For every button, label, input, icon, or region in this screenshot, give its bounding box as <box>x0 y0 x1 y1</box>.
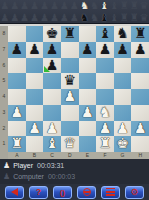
tray-slot-rook: ♜ <box>119 0 129 12</box>
square-c2[interactable]: ♟ <box>43 121 61 137</box>
piece-white-pawn[interactable]: ♟ <box>43 121 61 137</box>
tray-slot-pawn: ♟ <box>20 12 30 24</box>
square-h5[interactable] <box>131 73 149 89</box>
square-c8[interactable]: ♚ <box>43 26 61 42</box>
piece-black-pawn[interactable]: ♟ <box>114 42 132 58</box>
tray-slot-pawn: ♟ <box>50 0 60 12</box>
tray-slot-pawn: ♟ <box>40 12 50 24</box>
square-g8[interactable]: ♞ <box>114 26 132 42</box>
rank-label: 1 <box>0 136 8 152</box>
square-g6[interactable] <box>114 58 132 74</box>
tray-slot-pawn: ♟ <box>0 12 10 24</box>
square-d8[interactable]: ♜ <box>61 26 79 42</box>
square-a2[interactable] <box>8 121 26 137</box>
square-d1[interactable]: ♛ <box>61 136 79 152</box>
square-e1[interactable] <box>79 136 97 152</box>
square-g1[interactable]: ♚ <box>114 136 132 152</box>
piece-black-pawn[interactable]: ♟ <box>131 42 149 58</box>
captured-white-knight: ♞ <box>80 0 90 12</box>
piece-black-pawn[interactable]: ♟ <box>8 42 26 58</box>
square-g5[interactable] <box>114 73 132 89</box>
globe-button[interactable] <box>77 186 96 199</box>
tray-slot-pawn: ♟ <box>0 0 10 12</box>
square-f6[interactable] <box>96 58 114 74</box>
tray-slot-pawn: ♟ <box>10 12 20 24</box>
piece-white-pawn[interactable]: ♟ <box>8 105 26 121</box>
tray-slot-pawn: ♟ <box>10 0 20 12</box>
square-e5[interactable] <box>79 73 97 89</box>
square-h1[interactable] <box>131 136 149 152</box>
menu-button[interactable] <box>101 186 120 199</box>
square-a6[interactable] <box>8 58 26 74</box>
back-arrow-icon <box>11 188 18 196</box>
square-c7[interactable]: ♟ <box>43 42 61 58</box>
square-g3[interactable] <box>114 105 132 121</box>
square-e2[interactable] <box>79 121 97 137</box>
replay-icon: () <box>60 187 65 198</box>
piece-white-pawn[interactable]: ♟ <box>114 121 132 137</box>
square-a3[interactable]: ♟ <box>8 105 26 121</box>
square-h6[interactable] <box>131 58 149 74</box>
square-a7[interactable]: ♟ <box>8 42 26 58</box>
gear-icon: ⚙ <box>130 187 138 198</box>
square-b3[interactable] <box>26 105 44 121</box>
square-h3[interactable] <box>131 105 149 121</box>
tray-slot-knight: ♞ <box>89 0 99 12</box>
captured-pieces-tray: ♟♟♟♟♟♟♟♟♞♞♝♝♜♜♛ ♟♟♟♟♟♟♟♟♞♞♝♝♜♜♛ <box>0 0 149 24</box>
chess-app-screen: ♟♟♟♟♟♟♟♟♞♞♝♝♜♜♛ ♟♟♟♟♟♟♟♟♞♞♝♝♜♜♛ 8♚♜♝♞♜7♟… <box>0 0 149 200</box>
rank-label: 2 <box>0 121 8 137</box>
tray-slot-rook: ♜ <box>129 12 139 24</box>
square-e6[interactable] <box>79 58 97 74</box>
tray-slot-pawn: ♟ <box>30 0 40 12</box>
piece-black-knight[interactable]: ♞ <box>114 26 132 42</box>
rank-label: 6 <box>0 58 8 74</box>
tray-slot-rook: ♜ <box>129 0 139 12</box>
file-label: H <box>131 152 149 159</box>
square-a1[interactable]: ♜ <box>8 136 26 152</box>
square-e3[interactable]: ♟ <box>79 105 97 121</box>
square-f5[interactable] <box>96 73 114 89</box>
piece-white-pawn[interactable]: ♟ <box>96 121 114 137</box>
tray-slot-queen: ♛ <box>139 0 149 12</box>
file-label: A <box>8 152 26 159</box>
player-time: 00:03:31 <box>37 162 64 169</box>
file-label: B <box>26 152 44 159</box>
square-a8[interactable] <box>8 26 26 42</box>
square-a5[interactable] <box>8 73 26 89</box>
file-label: G <box>114 152 132 159</box>
square-g4[interactable] <box>114 89 132 105</box>
tray-slot-pawn: ♟ <box>60 12 70 24</box>
square-c4[interactable] <box>43 89 61 105</box>
piece-white-pawn[interactable]: ♟ <box>131 121 149 137</box>
square-h4[interactable] <box>131 89 149 105</box>
square-d3[interactable] <box>61 105 79 121</box>
black-pawn-icon: ♟ <box>3 172 10 181</box>
tray-slot-knight: ♞ <box>89 12 99 24</box>
square-h8[interactable]: ♜ <box>131 26 149 42</box>
white-pawn-icon: ♟ <box>3 161 10 170</box>
square-d4[interactable]: ♟ <box>61 89 79 105</box>
question-mark-icon: ? <box>36 187 42 198</box>
chess-board: 8♚♜♝♞♜7♟♟♟♟♟♟♟6♟5♛4♟3♟♟♞2♟♟♟♟♟1♜♝♛♜♚ABCD… <box>0 26 149 159</box>
piece-white-queen[interactable]: ♛ <box>61 136 79 152</box>
piece-black-queen[interactable]: ♛ <box>61 73 79 89</box>
file-label: D <box>61 152 79 159</box>
status-panel: ♟ Player 00:03:31 ♟ Computer 00:00:03 d8… <box>0 159 149 184</box>
tray-slot-pawn: ♟ <box>60 0 70 12</box>
square-f7[interactable]: ♟ <box>96 42 114 58</box>
tray-slot-queen: ♛ <box>139 12 149 24</box>
hint-button[interactable]: ? <box>29 186 48 199</box>
square-c5[interactable] <box>43 73 61 89</box>
captured-white-row: ♟♟♟♟♟♟♟♟♞♞♝♝♜♜♛ <box>0 0 149 12</box>
rank-label: 8 <box>0 26 8 42</box>
piece-white-bishop[interactable]: ♝ <box>43 136 61 152</box>
piece-white-rook[interactable]: ♜ <box>96 136 114 152</box>
square-f2[interactable]: ♟ <box>96 121 114 137</box>
square-f3[interactable]: ♞ <box>96 105 114 121</box>
computer-time: 00:00:03 <box>48 173 75 180</box>
square-g2[interactable]: ♟ <box>114 121 132 137</box>
list-icon <box>106 188 115 196</box>
piece-black-pawn[interactable]: ♟ <box>43 42 61 58</box>
captured-white-bishop: ♝ <box>99 0 109 12</box>
board-corner <box>0 152 8 159</box>
piece-black-bishop[interactable]: ♝ <box>96 26 114 42</box>
square-e7[interactable]: ♟ <box>79 42 97 58</box>
rank-label: 5 <box>0 73 8 89</box>
piece-black-pawn[interactable]: ♟ <box>26 42 44 58</box>
replay-button[interactable]: () <box>53 186 72 199</box>
captured-black-knight: ♞ <box>80 12 90 24</box>
square-f4[interactable] <box>96 89 114 105</box>
square-f1[interactable]: ♜ <box>96 136 114 152</box>
piece-black-rook[interactable]: ♜ <box>61 26 79 42</box>
piece-white-king[interactable]: ♚ <box>114 136 132 152</box>
square-b4[interactable] <box>26 89 44 105</box>
square-d7[interactable] <box>61 42 79 58</box>
tray-slot-pawn: ♟ <box>50 12 60 24</box>
back-button[interactable] <box>5 186 24 199</box>
square-g7[interactable]: ♟ <box>114 42 132 58</box>
rank-label: 7 <box>0 42 8 58</box>
rank-label: 4 <box>0 89 8 105</box>
tray-slot-pawn: ♟ <box>40 0 50 12</box>
square-b2[interactable]: ♟ <box>26 121 44 137</box>
tray-slot-pawn: ♟ <box>30 12 40 24</box>
square-b7[interactable]: ♟ <box>26 42 44 58</box>
computer-clock-row: ♟ Computer 00:00:03 <box>3 171 75 182</box>
file-label: E <box>79 152 97 159</box>
square-d6[interactable] <box>61 58 79 74</box>
square-c6[interactable]: ♟ <box>43 58 61 74</box>
tray-slot-rook: ♜ <box>119 12 129 24</box>
rank-label: 3 <box>0 105 8 121</box>
square-h7[interactable]: ♟ <box>131 42 149 58</box>
square-b1[interactable] <box>26 136 44 152</box>
tray-slot-pawn: ♟ <box>70 0 80 12</box>
captured-black-row: ♟♟♟♟♟♟♟♟♞♞♝♝♜♜♛ <box>0 12 149 24</box>
captured-black-bishop: ♝ <box>99 12 109 24</box>
tray-slot-pawn: ♟ <box>20 0 30 12</box>
square-c3[interactable] <box>43 105 61 121</box>
piece-black-pawn[interactable]: ♟ <box>96 42 114 58</box>
globe-icon <box>83 188 91 196</box>
toolbar: ? () ⚙ <box>0 184 149 200</box>
tray-slot-pawn: ♟ <box>70 12 80 24</box>
square-e4[interactable] <box>79 89 97 105</box>
settings-button[interactable]: ⚙ <box>125 186 144 199</box>
square-b8[interactable] <box>26 26 44 42</box>
tray-slot-bishop: ♝ <box>109 12 119 24</box>
piece-white-pawn[interactable]: ♟ <box>61 89 79 105</box>
square-d5[interactable]: ♛ <box>61 73 79 89</box>
last-move-marker <box>44 66 50 72</box>
square-e8[interactable] <box>79 26 97 42</box>
piece-white-rook[interactable]: ♜ <box>8 136 26 152</box>
file-label: F <box>96 152 114 159</box>
square-b6[interactable] <box>26 58 44 74</box>
piece-white-knight[interactable]: ♞ <box>96 105 114 121</box>
file-label: C <box>43 152 61 159</box>
square-f8[interactable]: ♝ <box>96 26 114 42</box>
piece-white-pawn[interactable]: ♟ <box>79 105 97 121</box>
tray-slot-bishop: ♝ <box>109 0 119 12</box>
computer-label: Computer <box>13 173 44 180</box>
square-d2[interactable] <box>61 121 79 137</box>
player-label: Player <box>13 162 33 169</box>
square-c1[interactable]: ♝ <box>43 136 61 152</box>
piece-white-pawn[interactable]: ♟ <box>26 121 44 137</box>
piece-black-rook[interactable]: ♜ <box>131 26 149 42</box>
square-b5[interactable] <box>26 73 44 89</box>
piece-black-king[interactable]: ♚ <box>43 26 61 42</box>
square-h2[interactable]: ♟ <box>131 121 149 137</box>
player-clock-row: ♟ Player 00:03:31 <box>3 160 64 171</box>
piece-black-pawn[interactable]: ♟ <box>79 42 97 58</box>
square-a4[interactable] <box>8 89 26 105</box>
